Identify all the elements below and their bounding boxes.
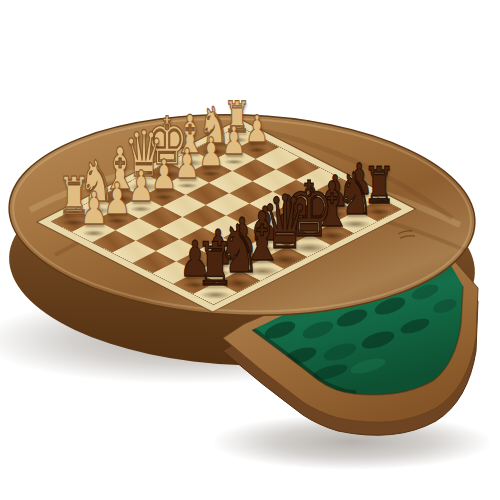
white-pawn[interactable]: ♟ <box>151 155 177 197</box>
white-pawn[interactable]: ♟ <box>174 143 200 185</box>
white-pawn[interactable]: ♟ <box>198 132 224 172</box>
chess-set-photo: ♜♞♝♛♚♝♞♜♟♟♟♟♟♟♟♟♟♟♟♟♟♟♟♟♜♞♝♛♚♝♞♜ <box>0 0 500 500</box>
black-rook[interactable]: ♜ <box>196 235 234 295</box>
white-pawn[interactable]: ♟ <box>222 122 247 161</box>
white-pawn[interactable]: ♟ <box>79 187 108 233</box>
white-pawn[interactable]: ♟ <box>245 111 269 149</box>
